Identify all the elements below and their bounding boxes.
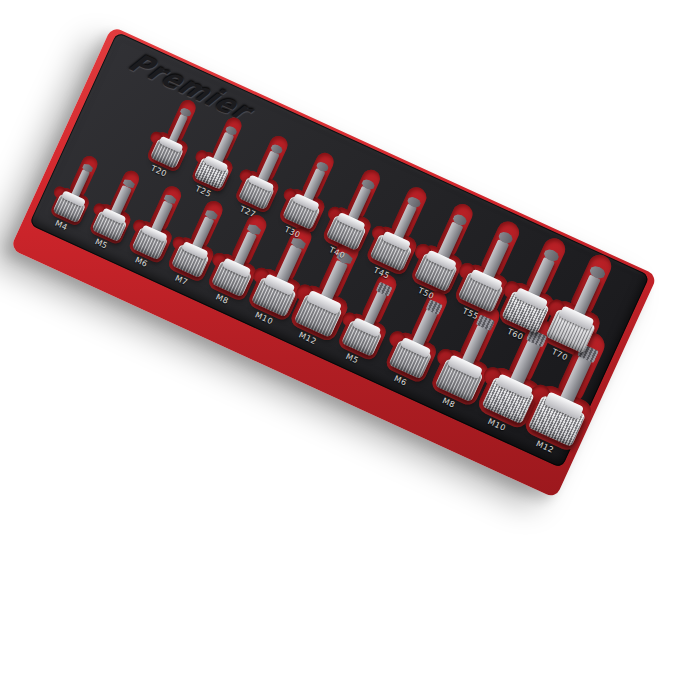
foam-insert: Premier T20 T25 T27 T30 bbox=[29, 32, 650, 469]
photo-scene: Premier T20 T25 T27 T30 bbox=[0, 0, 700, 700]
tool-tray: Premier T20 T25 T27 T30 bbox=[10, 26, 658, 499]
